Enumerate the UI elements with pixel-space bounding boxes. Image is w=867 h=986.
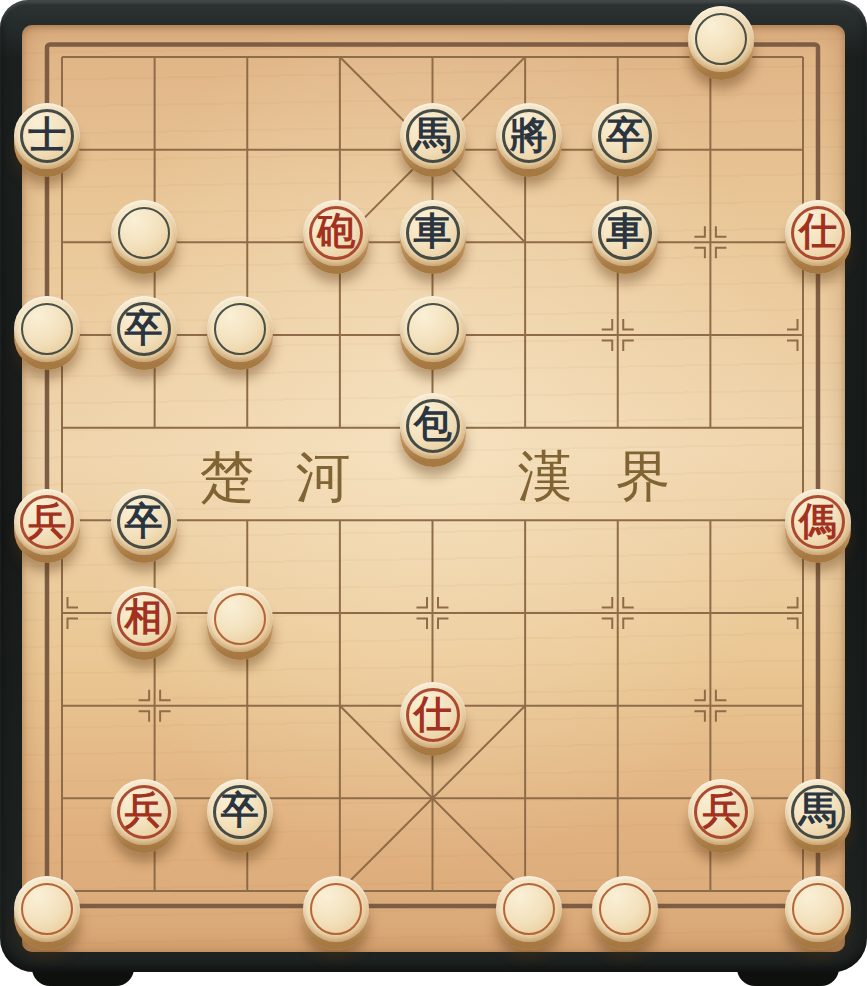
piece-glyph: 士 bbox=[14, 103, 80, 169]
piece-glyph: 兵 bbox=[14, 489, 80, 555]
piece-ring bbox=[310, 883, 362, 935]
piece-ring bbox=[21, 303, 73, 355]
piece-red-hidden-f6r10[interactable] bbox=[496, 876, 562, 942]
piece-glyph: 砲 bbox=[303, 200, 369, 266]
piece-ring bbox=[599, 883, 651, 935]
piece-black-soldier-f3r9[interactable]: 卒 bbox=[207, 779, 273, 845]
piece-glyph: 仕 bbox=[400, 682, 466, 748]
piece-glyph: 仕 bbox=[785, 200, 851, 266]
piece-glyph: 卒 bbox=[111, 489, 177, 555]
piece-red-hidden-f7r10[interactable] bbox=[592, 876, 658, 942]
piece-black-soldier-f2r4[interactable]: 卒 bbox=[111, 296, 177, 362]
piece-glyph: 卒 bbox=[111, 296, 177, 362]
piece-glyph: 兵 bbox=[688, 779, 754, 845]
piece-glyph: 相 bbox=[111, 586, 177, 652]
piece-black-hidden-f2r3[interactable] bbox=[111, 200, 177, 266]
piece-ring bbox=[21, 883, 73, 935]
piece-glyph: 車 bbox=[400, 200, 466, 266]
piece-black-hidden-f5r4[interactable] bbox=[400, 296, 466, 362]
piece-black-hidden-f3r4[interactable] bbox=[207, 296, 273, 362]
piece-ring bbox=[407, 303, 459, 355]
piece-black-horse-f5r2[interactable]: 馬 bbox=[400, 103, 466, 169]
pieces-layer: 士馬將卒砲車車仕卒包兵卒傌相仕兵卒兵馬 bbox=[0, 0, 867, 986]
piece-black-soldier-f7r2[interactable]: 卒 bbox=[592, 103, 658, 169]
piece-black-advisor-f1r2[interactable]: 士 bbox=[14, 103, 80, 169]
piece-ring bbox=[792, 883, 844, 935]
piece-ring bbox=[214, 303, 266, 355]
piece-black-hidden-f8r1[interactable] bbox=[688, 6, 754, 72]
xiangqi-game-window: 楚 河 漢 界 士馬將卒砲車車仕卒包兵卒傌相仕兵卒兵馬 bbox=[0, 0, 867, 986]
piece-glyph: 車 bbox=[592, 200, 658, 266]
piece-glyph: 卒 bbox=[592, 103, 658, 169]
piece-red-soldier-f2r9[interactable]: 兵 bbox=[111, 779, 177, 845]
piece-black-chariot-f5r3[interactable]: 車 bbox=[400, 200, 466, 266]
piece-red-hidden-f4r10[interactable] bbox=[303, 876, 369, 942]
piece-red-horse-f9r6[interactable]: 傌 bbox=[785, 489, 851, 555]
piece-ring bbox=[503, 883, 555, 935]
piece-red-soldier-f1r6[interactable]: 兵 bbox=[14, 489, 80, 555]
piece-black-general-f6r2[interactable]: 將 bbox=[496, 103, 562, 169]
piece-ring bbox=[118, 207, 170, 259]
piece-glyph: 將 bbox=[496, 103, 562, 169]
piece-black-horse-f9r9[interactable]: 馬 bbox=[785, 779, 851, 845]
piece-red-cannon-f4r3[interactable]: 砲 bbox=[303, 200, 369, 266]
piece-glyph: 傌 bbox=[785, 489, 851, 555]
piece-black-soldier-f2r6[interactable]: 卒 bbox=[111, 489, 177, 555]
piece-ring bbox=[214, 593, 266, 645]
piece-glyph: 馬 bbox=[400, 103, 466, 169]
piece-black-chariot-f7r3[interactable]: 車 bbox=[592, 200, 658, 266]
piece-red-hidden-f1r10[interactable] bbox=[14, 876, 80, 942]
piece-red-hidden-f3r7[interactable] bbox=[207, 586, 273, 652]
piece-red-hidden-f9r10[interactable] bbox=[785, 876, 851, 942]
piece-glyph: 兵 bbox=[111, 779, 177, 845]
piece-red-elephant-f2r7[interactable]: 相 bbox=[111, 586, 177, 652]
piece-black-hidden-f1r4[interactable] bbox=[14, 296, 80, 362]
piece-red-advisor-f5r8[interactable]: 仕 bbox=[400, 682, 466, 748]
piece-red-advisor-f9r3[interactable]: 仕 bbox=[785, 200, 851, 266]
piece-red-soldier-f8r9[interactable]: 兵 bbox=[688, 779, 754, 845]
piece-glyph: 卒 bbox=[207, 779, 273, 845]
piece-glyph: 馬 bbox=[785, 779, 851, 845]
piece-black-cannon-f5r5[interactable]: 包 bbox=[400, 393, 466, 459]
piece-glyph: 包 bbox=[400, 393, 466, 459]
